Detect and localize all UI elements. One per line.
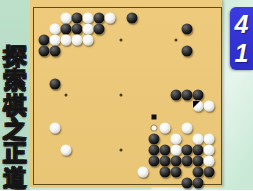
black-stone[interactable] xyxy=(182,178,193,189)
banner-char: 正 xyxy=(0,142,30,166)
white-stone[interactable] xyxy=(72,35,83,46)
white-stone[interactable] xyxy=(204,156,215,167)
white-stone[interactable] xyxy=(105,13,116,24)
black-stone[interactable] xyxy=(94,13,105,24)
banner-char: 之 xyxy=(0,118,30,142)
last-move-triangle xyxy=(193,101,200,108)
black-stone[interactable] xyxy=(50,46,61,57)
black-stone[interactable] xyxy=(193,167,204,178)
star-point xyxy=(120,94,123,97)
star-point xyxy=(120,39,123,42)
screenshot-stage: 探索棋之正道 41 xyxy=(0,0,253,190)
banner-char: 索 xyxy=(0,69,30,93)
star-point xyxy=(175,39,178,42)
black-stone[interactable] xyxy=(204,167,215,178)
black-stone[interactable] xyxy=(72,13,83,24)
black-stone[interactable] xyxy=(182,145,193,156)
episode-badge: 41 xyxy=(230,7,253,70)
black-stone[interactable] xyxy=(182,46,193,57)
white-stone[interactable] xyxy=(61,35,72,46)
black-stone[interactable] xyxy=(50,79,61,90)
white-stone[interactable] xyxy=(83,35,94,46)
black-stone[interactable] xyxy=(94,24,105,35)
black-stone[interactable] xyxy=(171,90,182,101)
black-stone[interactable] xyxy=(39,35,50,46)
white-stone[interactable] xyxy=(204,145,215,156)
banner-char: 棋 xyxy=(0,94,30,118)
square-mark xyxy=(152,115,157,120)
star-point xyxy=(65,94,68,97)
banner-char: 探 xyxy=(0,45,30,69)
black-stone[interactable] xyxy=(171,167,182,178)
badge-digit: 1 xyxy=(235,39,249,68)
black-stone[interactable] xyxy=(39,46,50,57)
white-stone[interactable] xyxy=(138,167,149,178)
black-stone[interactable] xyxy=(193,178,204,189)
black-stone[interactable] xyxy=(72,24,83,35)
black-stone[interactable] xyxy=(193,90,204,101)
black-stone[interactable] xyxy=(160,145,171,156)
white-stone[interactable] xyxy=(50,123,61,134)
black-stone[interactable] xyxy=(193,156,204,167)
black-stone[interactable] xyxy=(160,156,171,167)
black-stone[interactable] xyxy=(127,13,138,24)
black-stone[interactable] xyxy=(149,145,160,156)
black-stone[interactable] xyxy=(182,24,193,35)
white-stone[interactable] xyxy=(83,13,94,24)
black-stone[interactable] xyxy=(171,156,182,167)
slogan-banner: 探索棋之正道 xyxy=(0,0,30,190)
black-stone[interactable] xyxy=(160,167,171,178)
black-stone[interactable] xyxy=(182,156,193,167)
black-stone[interactable] xyxy=(149,156,160,167)
white-stone[interactable] xyxy=(204,134,215,145)
white-stone[interactable] xyxy=(160,123,171,134)
white-stone[interactable] xyxy=(61,13,72,24)
black-stone[interactable] xyxy=(182,90,193,101)
white-stone[interactable] xyxy=(171,134,182,145)
white-stone[interactable] xyxy=(171,145,182,156)
go-board[interactable] xyxy=(30,0,222,187)
white-stone[interactable] xyxy=(204,101,215,112)
black-stone[interactable] xyxy=(61,24,72,35)
badge-digit: 4 xyxy=(235,10,249,39)
white-stone[interactable] xyxy=(182,123,193,134)
white-stone[interactable] xyxy=(50,24,61,35)
white-stone[interactable] xyxy=(193,134,204,145)
black-stone[interactable] xyxy=(193,145,204,156)
ghost-stone-mark xyxy=(151,125,158,132)
black-stone[interactable] xyxy=(149,134,160,145)
star-point xyxy=(120,149,123,152)
white-stone[interactable] xyxy=(83,24,94,35)
banner-char: 道 xyxy=(0,167,30,191)
white-stone[interactable] xyxy=(50,35,61,46)
white-stone[interactable] xyxy=(61,145,72,156)
